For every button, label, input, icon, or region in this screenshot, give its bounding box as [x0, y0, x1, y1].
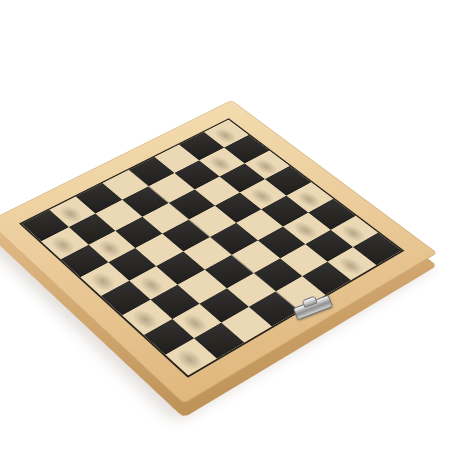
- product-photo: ♜♞♝♛♚♝♞♜♟♟♟♟♟♟♟♟♟♟♟♟♟♟♟♟♜♞♝♛♚♝♞♜: [0, 0, 458, 458]
- anchor-h1: ♜: [166, 339, 217, 376]
- anchor-h7: ♟: [328, 247, 377, 280]
- scene: ♜♞♝♛♚♝♞♜♟♟♟♟♟♟♟♟♟♟♟♟♟♟♟♟♜♞♝♛♚♝♞♜: [0, 0, 458, 458]
- playing-field: ♜♞♝♛♚♝♞♜♟♟♟♟♟♟♟♟♟♟♟♟♟♟♟♟♜♞♝♛♚♝♞♜: [19, 118, 404, 378]
- chess-board: ♜♞♝♛♚♝♞♜♟♟♟♟♟♟♟♟♟♟♟♟♟♟♟♟♜♞♝♛♚♝♞♜: [0, 100, 437, 404]
- pieces-layer: ♜♞♝♛♚♝♞♜♟♟♟♟♟♟♟♟♟♟♟♟♟♟♟♟♜♞♝♛♚♝♞♜: [22, 120, 402, 376]
